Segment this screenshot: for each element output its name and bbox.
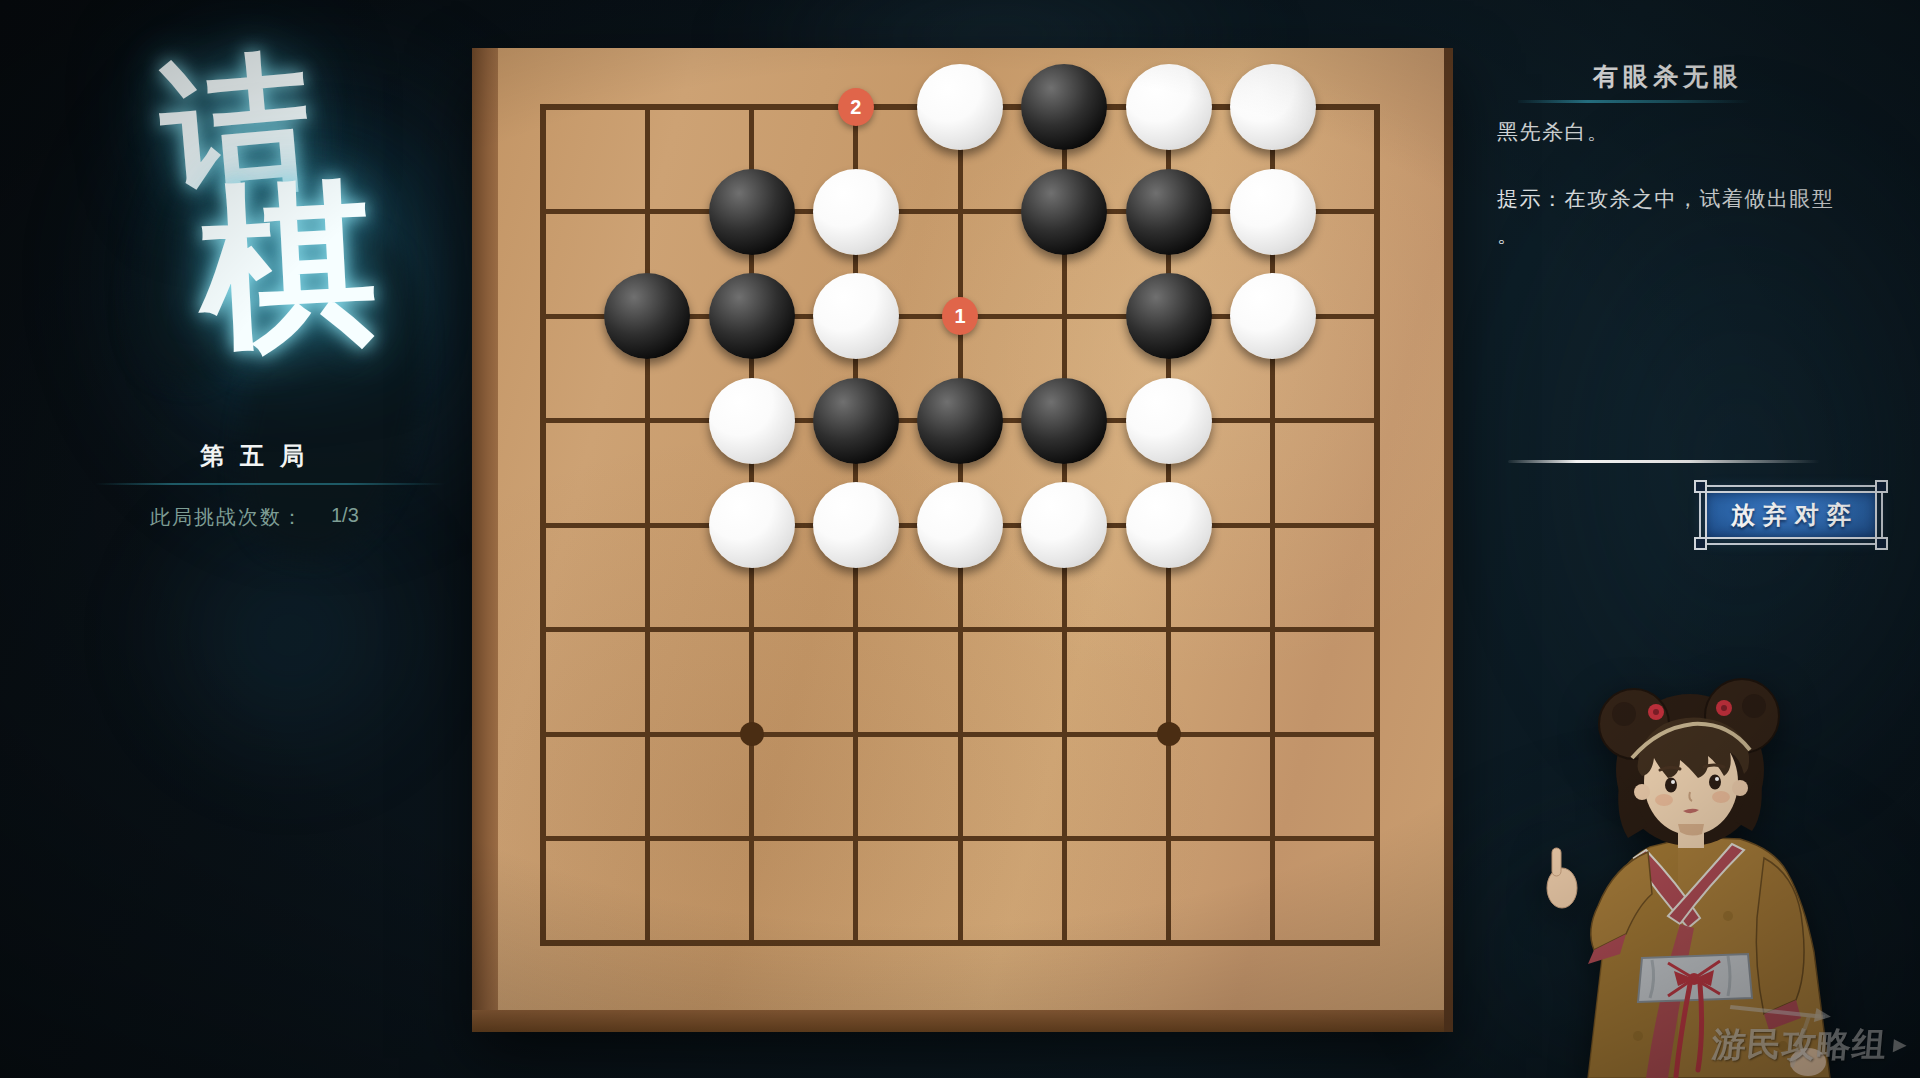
star-point bbox=[740, 722, 764, 746]
board-grid[interactable]: 12 bbox=[472, 48, 1453, 1032]
give-up-button-label: 放弃对弈 bbox=[1723, 499, 1859, 531]
stone-white bbox=[1126, 64, 1212, 150]
button-corner-ornament bbox=[1875, 480, 1888, 493]
move-marker-2: 2 bbox=[838, 88, 874, 126]
stone-white bbox=[813, 273, 899, 359]
task-text: 黑先杀白。 bbox=[1497, 118, 1610, 146]
button-corner-ornament bbox=[1875, 537, 1888, 550]
stone-white bbox=[1126, 378, 1212, 464]
button-corner-ornament bbox=[1694, 480, 1707, 493]
go-board[interactable]: 12 bbox=[472, 48, 1453, 1032]
round-label: 第五局 bbox=[102, 440, 402, 472]
game-screen: 诘 棋 第五局 此局挑战次数： 1/3 12 有眼杀无眼 黑先杀白。 提示：在攻… bbox=[0, 0, 1920, 1078]
stone-white bbox=[917, 482, 1003, 568]
button-corner-ornament bbox=[1694, 537, 1707, 550]
stone-black bbox=[1021, 64, 1107, 150]
stone-black bbox=[1126, 169, 1212, 255]
attempts-label: 此局挑战次数： bbox=[150, 504, 304, 531]
give-up-button[interactable]: 放弃对弈 bbox=[1705, 491, 1877, 539]
stone-white bbox=[709, 482, 795, 568]
stone-white bbox=[1021, 482, 1107, 568]
grid-line-horizontal bbox=[543, 627, 1377, 632]
stone-white bbox=[1126, 482, 1212, 568]
stone-black bbox=[813, 378, 899, 464]
stone-white bbox=[813, 169, 899, 255]
stone-black bbox=[709, 273, 795, 359]
left-panel-divider bbox=[95, 483, 445, 485]
star-point bbox=[1157, 722, 1181, 746]
stone-black bbox=[1126, 273, 1212, 359]
stone-black bbox=[1021, 169, 1107, 255]
stone-black bbox=[917, 378, 1003, 464]
stone-black bbox=[1021, 378, 1107, 464]
grid-line-horizontal bbox=[543, 732, 1377, 737]
move-marker-1: 1 bbox=[942, 297, 978, 335]
stone-white bbox=[1230, 64, 1316, 150]
grid-line-horizontal bbox=[543, 836, 1377, 841]
stone-white bbox=[813, 482, 899, 568]
stone-white bbox=[709, 378, 795, 464]
watermark: 游民攻略组 ► bbox=[1710, 1022, 1913, 1068]
npc-girl-illustration bbox=[1528, 666, 1920, 1078]
stone-white bbox=[917, 64, 1003, 150]
stone-black bbox=[709, 169, 795, 255]
stone-black bbox=[604, 273, 690, 359]
stone-white bbox=[1230, 169, 1316, 255]
hint-text: 提示：在攻杀之中，试着做出眼型。 bbox=[1497, 181, 1845, 253]
calligraphy-char-qi: 棋 bbox=[196, 174, 381, 359]
button-divider bbox=[1508, 460, 1820, 463]
title-divider bbox=[1518, 100, 1750, 103]
watermark-play-icon: ► bbox=[1888, 1032, 1912, 1058]
attempts-value: 1/3 bbox=[331, 504, 359, 527]
puzzle-title: 有眼杀无眼 bbox=[1490, 60, 1846, 93]
stone-white bbox=[1230, 273, 1316, 359]
